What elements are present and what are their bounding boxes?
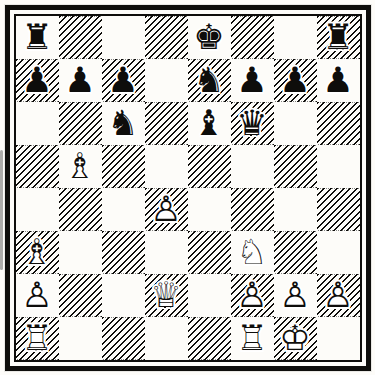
square-c8[interactable] xyxy=(102,16,145,59)
square-g2[interactable]: ♟♙ xyxy=(274,274,317,317)
square-b4[interactable] xyxy=(59,188,102,231)
square-f6[interactable]: ♛ xyxy=(231,102,274,145)
piece-glyph: ♟ xyxy=(64,59,95,102)
square-d1[interactable] xyxy=(145,317,188,360)
square-c2[interactable] xyxy=(102,274,145,317)
piece-white-pawn[interactable]: ♟♙ xyxy=(145,188,188,231)
piece-glyph: ♝ xyxy=(193,102,224,145)
piece-glyph: ♕ xyxy=(150,274,181,317)
board-inner-frame: ♜♚♜♟♟♟♞♟♟♟♞♝♛♝♗♟♙♝♗♞♘♟♙♛♕♟♙♟♙♟♙♜♖♜♖♚♔ xyxy=(14,14,362,362)
piece-black-queen[interactable]: ♛ xyxy=(231,102,274,145)
piece-white-bishop[interactable]: ♝♗ xyxy=(59,145,102,188)
piece-glyph: ♚ xyxy=(193,16,224,59)
square-f3[interactable]: ♞♘ xyxy=(231,231,274,274)
square-a1[interactable]: ♜♖ xyxy=(16,317,59,360)
piece-glyph: ♞ xyxy=(193,59,224,102)
piece-glyph: ♙ xyxy=(279,274,310,317)
square-c4[interactable] xyxy=(102,188,145,231)
piece-black-rook[interactable]: ♜ xyxy=(16,16,59,59)
square-h1[interactable] xyxy=(317,317,360,360)
piece-black-pawn[interactable]: ♟ xyxy=(16,59,59,102)
piece-black-pawn[interactable]: ♟ xyxy=(317,59,360,102)
piece-black-pawn[interactable]: ♟ xyxy=(102,59,145,102)
square-b6[interactable] xyxy=(59,102,102,145)
piece-white-queen[interactable]: ♛♕ xyxy=(145,274,188,317)
piece-white-pawn[interactable]: ♟♙ xyxy=(274,274,317,317)
scanned-page: ♜♚♜♟♟♟♞♟♟♟♞♝♛♝♗♟♙♝♗♞♘♟♙♛♕♟♙♟♙♟♙♜♖♜♖♚♔ xyxy=(0,0,375,375)
piece-glyph: ♟ xyxy=(107,59,138,102)
square-c1[interactable] xyxy=(102,317,145,360)
square-b7[interactable]: ♟ xyxy=(59,59,102,102)
square-c5[interactable] xyxy=(102,145,145,188)
square-a6[interactable] xyxy=(16,102,59,145)
piece-glyph: ♟ xyxy=(236,59,267,102)
square-a5[interactable] xyxy=(16,145,59,188)
piece-black-pawn[interactable]: ♟ xyxy=(274,59,317,102)
square-a2[interactable]: ♟♙ xyxy=(16,274,59,317)
square-c6[interactable]: ♞ xyxy=(102,102,145,145)
square-b2[interactable] xyxy=(59,274,102,317)
square-f7[interactable]: ♟ xyxy=(231,59,274,102)
piece-white-rook[interactable]: ♜♖ xyxy=(16,317,59,360)
square-e4[interactable] xyxy=(188,188,231,231)
square-h7[interactable]: ♟ xyxy=(317,59,360,102)
square-d3[interactable] xyxy=(145,231,188,274)
piece-black-knight[interactable]: ♞ xyxy=(188,59,231,102)
chess-board: ♜♚♜♟♟♟♞♟♟♟♞♝♛♝♗♟♙♝♗♞♘♟♙♛♕♟♙♟♙♟♙♜♖♜♖♚♔ xyxy=(16,16,360,360)
piece-white-bishop[interactable]: ♝♗ xyxy=(16,231,59,274)
square-b5[interactable]: ♝♗ xyxy=(59,145,102,188)
square-f4[interactable] xyxy=(231,188,274,231)
piece-white-pawn[interactable]: ♟♙ xyxy=(317,274,360,317)
piece-glyph: ♔ xyxy=(279,317,310,360)
square-e5[interactable] xyxy=(188,145,231,188)
piece-glyph: ♙ xyxy=(236,274,267,317)
square-g5[interactable] xyxy=(274,145,317,188)
square-h4[interactable] xyxy=(317,188,360,231)
piece-black-king[interactable]: ♚ xyxy=(188,16,231,59)
piece-glyph: ♘ xyxy=(236,231,267,274)
piece-black-pawn[interactable]: ♟ xyxy=(231,59,274,102)
piece-glyph: ♙ xyxy=(322,274,353,317)
piece-glyph: ♞ xyxy=(107,102,138,145)
square-f5[interactable] xyxy=(231,145,274,188)
piece-black-bishop[interactable]: ♝ xyxy=(188,102,231,145)
square-a3[interactable]: ♝♗ xyxy=(16,231,59,274)
piece-white-king[interactable]: ♚♔ xyxy=(274,317,317,360)
piece-glyph: ♟ xyxy=(322,59,353,102)
square-g7[interactable]: ♟ xyxy=(274,59,317,102)
square-g4[interactable] xyxy=(274,188,317,231)
board-outer-frame: ♜♚♜♟♟♟♞♟♟♟♞♝♛♝♗♟♙♝♗♞♘♟♙♛♕♟♙♟♙♟♙♜♖♜♖♚♔ xyxy=(5,5,371,371)
square-h6[interactable] xyxy=(317,102,360,145)
square-d2[interactable]: ♛♕ xyxy=(145,274,188,317)
piece-glyph: ♟ xyxy=(279,59,310,102)
square-e7[interactable]: ♞ xyxy=(188,59,231,102)
square-g3[interactable] xyxy=(274,231,317,274)
piece-glyph: ♜ xyxy=(322,16,353,59)
piece-white-knight[interactable]: ♞♘ xyxy=(231,231,274,274)
square-a4[interactable] xyxy=(16,188,59,231)
square-f1[interactable]: ♜♖ xyxy=(231,317,274,360)
piece-glyph: ♖ xyxy=(21,317,52,360)
piece-glyph: ♗ xyxy=(64,145,95,188)
piece-white-rook[interactable]: ♜♖ xyxy=(231,317,274,360)
square-b8[interactable] xyxy=(59,16,102,59)
piece-glyph: ♖ xyxy=(236,317,267,360)
piece-glyph: ♙ xyxy=(150,188,181,231)
piece-black-knight[interactable]: ♞ xyxy=(102,102,145,145)
piece-black-pawn[interactable]: ♟ xyxy=(59,59,102,102)
square-a7[interactable]: ♟ xyxy=(16,59,59,102)
square-d4[interactable]: ♟♙ xyxy=(145,188,188,231)
square-h5[interactable] xyxy=(317,145,360,188)
square-h2[interactable]: ♟♙ xyxy=(317,274,360,317)
square-d7[interactable] xyxy=(145,59,188,102)
square-a8[interactable]: ♜ xyxy=(16,16,59,59)
square-e6[interactable]: ♝ xyxy=(188,102,231,145)
square-g1[interactable]: ♚♔ xyxy=(274,317,317,360)
square-f8[interactable] xyxy=(231,16,274,59)
piece-glyph: ♜ xyxy=(21,16,52,59)
square-d8[interactable] xyxy=(145,16,188,59)
piece-glyph: ♟ xyxy=(21,59,52,102)
square-e2[interactable] xyxy=(188,274,231,317)
square-g6[interactable] xyxy=(274,102,317,145)
piece-black-rook[interactable]: ♜ xyxy=(317,16,360,59)
square-g8[interactable] xyxy=(274,16,317,59)
square-b3[interactable] xyxy=(59,231,102,274)
square-d5[interactable] xyxy=(145,145,188,188)
square-h3[interactable] xyxy=(317,231,360,274)
square-d6[interactable] xyxy=(145,102,188,145)
square-e3[interactable] xyxy=(188,231,231,274)
square-e1[interactable] xyxy=(188,317,231,360)
square-e8[interactable]: ♚ xyxy=(188,16,231,59)
piece-glyph: ♙ xyxy=(21,274,52,317)
piece-glyph: ♗ xyxy=(21,231,52,274)
square-b1[interactable] xyxy=(59,317,102,360)
piece-white-pawn[interactable]: ♟♙ xyxy=(16,274,59,317)
square-c3[interactable] xyxy=(102,231,145,274)
square-h8[interactable]: ♜ xyxy=(317,16,360,59)
piece-glyph: ♛ xyxy=(236,102,267,145)
square-f2[interactable]: ♟♙ xyxy=(231,274,274,317)
piece-white-pawn[interactable]: ♟♙ xyxy=(231,274,274,317)
square-c7[interactable]: ♟ xyxy=(102,59,145,102)
